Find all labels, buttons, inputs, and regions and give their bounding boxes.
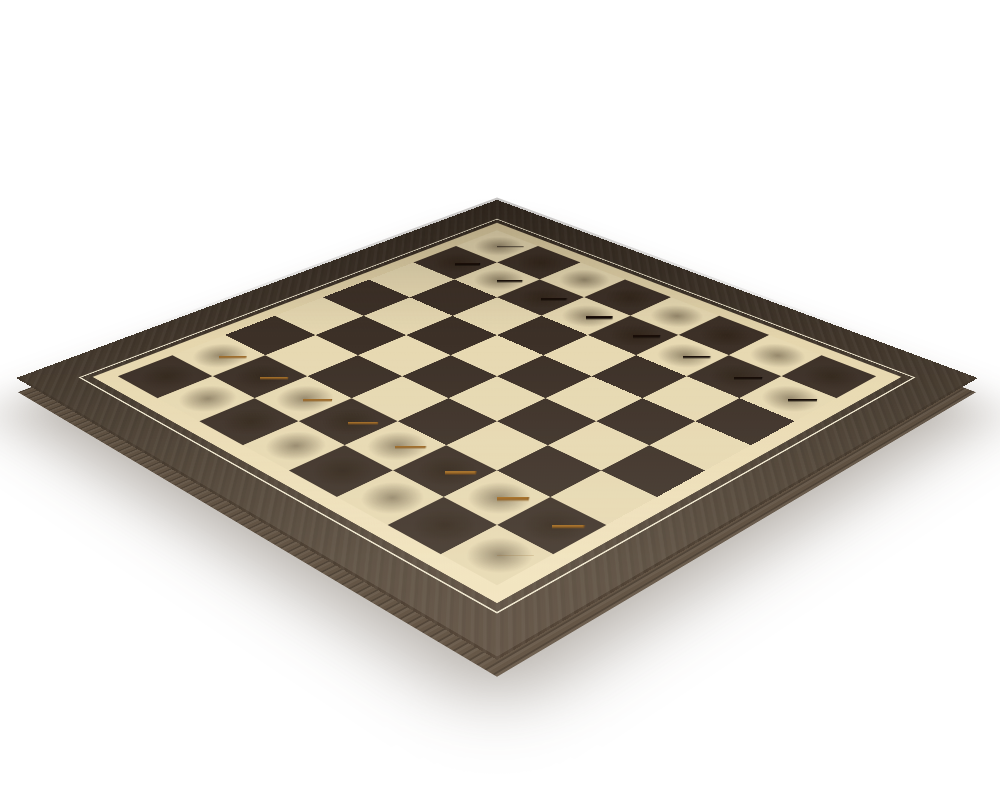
scene: ♜♞♝♛♚♝♞♜♟♟♟♟♟♟♟♟♟♟♟♟♟♟♟♟♜♞♝♛♚♝♞♜ [0,0,1000,800]
product-photo: ♜♞♝♛♚♝♞♜♟♟♟♟♟♟♟♟♟♟♟♟♟♟♟♟♜♞♝♛♚♝♞♜ [0,0,1000,800]
white-rook-glyph: ♜ [440,449,555,571]
board-squares: ♜♞♝♛♚♝♞♜♟♟♟♟♟♟♟♟♟♟♟♟♟♟♟♟♜♞♝♛♚♝♞♜ [118,230,876,585]
chess-board: ♜♞♝♛♚♝♞♜♟♟♟♟♟♟♟♟♟♟♟♟♟♟♟♟♜♞♝♛♚♝♞♜ [16,200,978,660]
